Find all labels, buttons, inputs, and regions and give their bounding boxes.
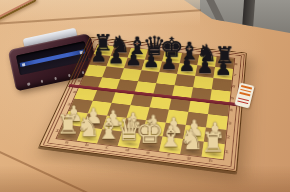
photo-scene: abcdefgh abcdefgh 87654321 87654321 ♜♞♝♛…	[0, 0, 290, 192]
clock-lcd-segment-left	[22, 63, 26, 67]
square-g6[interactable]	[193, 76, 213, 89]
piece-black-pawn[interactable]: ♟	[142, 51, 159, 70]
tag-orange-print	[239, 85, 252, 96]
coord-label: g	[187, 155, 192, 160]
coord-label: a	[64, 139, 69, 144]
square-d6[interactable]	[138, 70, 159, 83]
coord-label: h	[208, 158, 213, 163]
chair-leg	[242, 0, 255, 32]
board-wrapper: abcdefgh abcdefgh 87654321 87654321 ♜♞♝♛…	[64, 6, 242, 184]
piece-black-pawn[interactable]: ♟	[214, 58, 231, 77]
coord-label: 6	[232, 84, 236, 88]
coord-label: 1	[225, 149, 229, 154]
coord-label: 4	[229, 108, 233, 112]
piece-white-rook[interactable]: ♜	[200, 129, 224, 156]
chess-board: abcdefgh abcdefgh 87654321 87654321 ♜♞♝♛…	[39, 37, 247, 172]
tag-red-print	[237, 95, 249, 103]
coord-label: 2	[226, 134, 230, 139]
square-h6[interactable]	[212, 78, 232, 92]
piece-black-pawn[interactable]: ♟	[160, 53, 177, 72]
coord-label: 3	[228, 121, 232, 126]
coord-label: e	[146, 150, 151, 155]
coord-label: f	[167, 152, 170, 157]
coord-label: 5	[230, 96, 234, 100]
piece-black-pawn[interactable]: ♟	[90, 46, 107, 65]
piece-black-pawn[interactable]: ♟	[178, 55, 195, 74]
coord-label: c	[105, 145, 110, 150]
piece-black-pawn[interactable]: ♟	[125, 49, 142, 68]
square-h1[interactable]: ♜	[202, 142, 225, 160]
coord-label: b	[84, 142, 90, 147]
coord-label: d	[125, 147, 130, 152]
piece-black-pawn[interactable]: ♟	[196, 57, 213, 76]
coord-label: 7	[233, 73, 237, 77]
square-f6[interactable]	[175, 74, 196, 87]
piece-black-pawn[interactable]: ♟	[107, 47, 124, 66]
